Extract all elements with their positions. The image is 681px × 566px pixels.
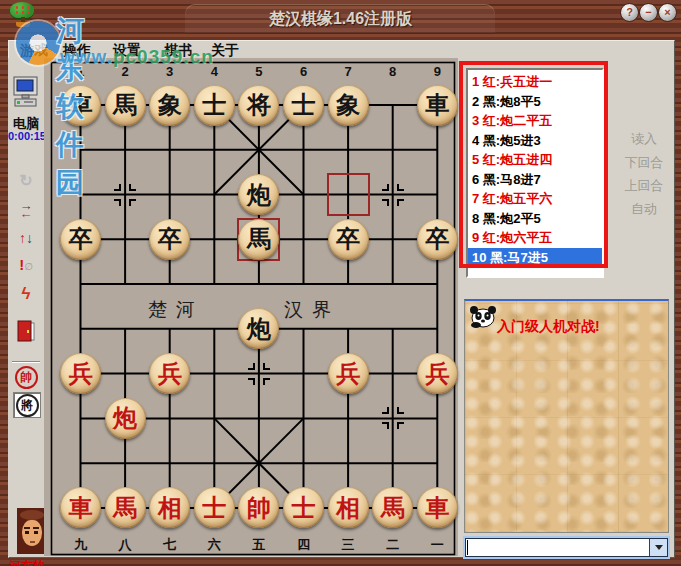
move-row[interactable]: 5 红:炮五进四 [468, 150, 602, 170]
file-label-bottom: 六 [203, 536, 225, 554]
xiangqi-piece[interactable]: 馬 [238, 219, 279, 260]
red-king-button[interactable]: 帥 [13, 365, 39, 389]
mode-message: 入门级人机对战! [497, 318, 600, 336]
xiangqi-piece[interactable]: 象 [328, 85, 369, 126]
panda-icon [469, 305, 497, 329]
xiangqi-piece[interactable]: 象 [149, 85, 190, 126]
move-row[interactable]: 1 红:兵五进一 [468, 72, 602, 92]
file-label-bottom: 四 [293, 536, 315, 554]
move-row[interactable]: 3 红:炮二平五 [468, 111, 602, 131]
xiangqi-piece[interactable]: 馬 [105, 487, 146, 528]
file-label-top: 5 [248, 64, 270, 79]
file-label-top: 4 [203, 64, 225, 79]
xiangqi-piece[interactable]: 車 [417, 85, 458, 126]
xiangqi-piece[interactable]: 兵 [328, 353, 369, 394]
point-marker [114, 199, 121, 206]
file-label-top: 1 [70, 64, 92, 79]
xiangqi-piece[interactable]: 卒 [60, 219, 101, 260]
point-marker [382, 184, 389, 191]
window-title: 楚汉棋缘1.46注册版 [0, 9, 681, 30]
lightning-icon[interactable]: ϟ [8, 284, 44, 304]
point-marker [248, 363, 255, 370]
chevron-down-icon [655, 545, 663, 550]
point-marker [129, 184, 136, 191]
move-row[interactable]: 8 黑:炮2平5 [468, 209, 602, 229]
move-row[interactable]: 6 黑:马8进7 [468, 170, 602, 190]
help-button[interactable]: ? [620, 3, 639, 22]
file-label-top: 6 [293, 64, 315, 79]
point-marker [382, 407, 389, 414]
xiangqi-piece[interactable]: 卒 [149, 219, 190, 260]
computer-icon [12, 76, 40, 114]
xiangqi-piece[interactable]: 炮 [105, 398, 146, 439]
file-label-top: 9 [426, 64, 448, 79]
exchange-arrows-icon[interactable]: →← [8, 202, 44, 218]
xiangqi-piece[interactable]: 車 [60, 85, 101, 126]
right-panel: 1 红:兵五进一2 黑:炮8平53 红:炮二平五4 黑:炮5进35 红:炮五进四… [458, 58, 673, 556]
file-label-bottom: 一 [426, 536, 448, 554]
move-row[interactable]: 2 黑:炮8平5 [468, 92, 602, 112]
xiangqi-piece[interactable]: 相 [328, 487, 369, 528]
point-marker [397, 422, 404, 429]
xiangqi-piece[interactable]: 兵 [60, 353, 101, 394]
auto-button[interactable]: 自动 [616, 200, 672, 218]
file-label-top: 3 [159, 64, 181, 79]
prev-round-button[interactable]: 上回合 [616, 177, 672, 195]
point-marker [114, 184, 121, 191]
xiangqi-piece[interactable]: 卒 [417, 219, 458, 260]
move-list[interactable]: 1 红:兵五进一2 黑:炮8平53 红:炮二平五4 黑:炮5进35 红:炮五进四… [466, 68, 604, 278]
point-marker [129, 199, 136, 206]
minimize-button[interactable]: − [639, 3, 658, 22]
computer-timer: 0:00:15 [8, 130, 44, 142]
point-marker [263, 363, 270, 370]
left-toolbar: 电脑 0:00:15 ↻ →← ↑↓ !∅ ϟ 帥 將 [8, 58, 44, 556]
file-label-bottom: 九 [70, 536, 92, 554]
board-grid [44, 58, 458, 556]
menu-bar: 游戏 操作 设置 棋书 关于 [8, 40, 673, 58]
move-row[interactable]: 10 黑:马7进5 [468, 248, 602, 268]
move-row[interactable]: 4 黑:炮5进3 [468, 131, 602, 151]
river-label-left: 楚河 [148, 297, 204, 323]
title-bar: 楚汉棋缘1.46注册版 ? − × [0, 0, 681, 40]
load-button[interactable]: 读入 [616, 130, 672, 148]
river-label-right: 汉界 [284, 297, 340, 323]
point-marker [397, 199, 404, 206]
app-window: 楚汉棋缘1.46注册版 ? − × 游戏 操作 设置 棋书 关于 电脑 0:00… [0, 0, 681, 566]
player-avatar [17, 508, 47, 554]
point-marker [263, 378, 270, 385]
xiangqi-piece[interactable]: 兵 [149, 353, 190, 394]
next-round-button[interactable]: 下回合 [616, 154, 672, 172]
point-marker [382, 199, 389, 206]
file-label-bottom: 三 [337, 536, 359, 554]
file-label-bottom: 五 [248, 536, 270, 554]
file-label-top: 2 [114, 64, 136, 79]
move-row[interactable]: 9 红:炮六平五 [468, 228, 602, 248]
xiangqi-piece[interactable]: 士 [283, 85, 324, 126]
file-label-top: 7 [337, 64, 359, 79]
xiangqi-piece[interactable]: 士 [194, 85, 235, 126]
xiangqi-piece[interactable]: 将 [238, 85, 279, 126]
black-king-button[interactable]: 將 [13, 392, 41, 418]
last-move-from-highlight [327, 173, 370, 216]
xiangqi-piece[interactable]: 兵 [417, 353, 458, 394]
point-marker [248, 378, 255, 385]
chat-input[interactable] [467, 540, 648, 555]
file-label-bottom: 七 [159, 536, 181, 554]
player-name: 河东软件园 [9, 558, 44, 566]
point-marker [382, 422, 389, 429]
toolbar-separator [12, 361, 40, 363]
point-marker [397, 184, 404, 191]
updown-arrows-icon[interactable]: ↑↓ [8, 230, 44, 246]
file-label-top: 8 [382, 64, 404, 79]
xiangqi-piece[interactable]: 車 [417, 487, 458, 528]
message-panel: 入门级人机对战! [464, 299, 669, 533]
xiangqi-piece[interactable]: 卒 [328, 219, 369, 260]
xiangqi-piece[interactable]: 馬 [105, 85, 146, 126]
file-label-bottom: 八 [114, 536, 136, 554]
refresh-icon[interactable]: ↻ [8, 171, 44, 190]
exit-door-icon[interactable] [8, 320, 44, 346]
move-row[interactable]: 7 红:炮五平六 [468, 189, 602, 209]
close-button[interactable]: × [658, 3, 677, 22]
file-label-bottom: 二 [382, 536, 404, 554]
dropdown-button[interactable] [649, 539, 667, 556]
xiangqi-piece[interactable]: 士 [194, 487, 235, 528]
point-marker [397, 407, 404, 414]
warning-icon[interactable]: !∅ [8, 256, 44, 274]
xiangqi-board: 123456789 九八七六五四三二一 楚河 汉界 車馬象士将士象車炮卒卒馬卒卒… [44, 58, 458, 556]
chat-combobox[interactable] [463, 536, 670, 559]
